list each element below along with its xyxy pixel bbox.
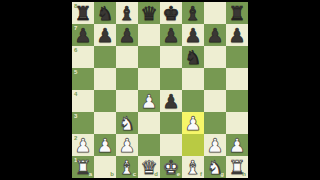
square-c1[interactable]: c♝ [116,156,138,178]
piece-black-pawn[interactable]: ♟ [160,90,182,112]
square-d7[interactable] [138,24,160,46]
square-g6[interactable] [204,46,226,68]
piece-black-rook[interactable]: ♜ [72,2,94,24]
rank-label-4: 4 [74,91,77,97]
piece-black-rook[interactable]: ♜ [226,2,248,24]
square-d6[interactable] [138,46,160,68]
piece-black-pawn[interactable]: ♟ [72,24,94,46]
square-d5[interactable] [138,68,160,90]
square-a6[interactable]: 6 [72,46,94,68]
square-f4[interactable] [182,90,204,112]
square-d1[interactable]: d♛ [138,156,160,178]
square-a3[interactable]: 3 [72,112,94,134]
square-e7[interactable]: ♟ [160,24,182,46]
square-g2[interactable]: ♟ [204,134,226,156]
square-e4[interactable]: ♟ [160,90,182,112]
square-e1[interactable]: e♚ [160,156,182,178]
square-d3[interactable] [138,112,160,134]
square-h1[interactable]: h♜ [226,156,248,178]
square-a4[interactable]: 4 [72,90,94,112]
piece-white-pawn[interactable]: ♟ [226,134,248,156]
square-c7[interactable]: ♟ [116,24,138,46]
square-c5[interactable] [116,68,138,90]
piece-black-knight[interactable]: ♞ [94,2,116,24]
piece-white-knight[interactable]: ♞ [116,112,138,134]
square-g4[interactable] [204,90,226,112]
piece-white-rook[interactable]: ♜ [72,156,94,178]
square-f8[interactable]: ♝ [182,2,204,24]
piece-white-bishop[interactable]: ♝ [182,156,204,178]
square-g8[interactable] [204,2,226,24]
piece-white-pawn[interactable]: ♟ [116,134,138,156]
square-c4[interactable] [116,90,138,112]
piece-black-pawn[interactable]: ♟ [204,24,226,46]
square-b5[interactable] [94,68,116,90]
square-b7[interactable]: ♟ [94,24,116,46]
square-h5[interactable] [226,68,248,90]
square-e6[interactable] [160,46,182,68]
square-h2[interactable]: ♟ [226,134,248,156]
square-a7[interactable]: 7♟ [72,24,94,46]
square-d2[interactable] [138,134,160,156]
square-c6[interactable] [116,46,138,68]
piece-white-pawn[interactable]: ♟ [182,112,204,134]
piece-black-pawn[interactable]: ♟ [116,24,138,46]
square-g5[interactable] [204,68,226,90]
square-f1[interactable]: f♝ [182,156,204,178]
square-g1[interactable]: g♞ [204,156,226,178]
piece-black-bishop[interactable]: ♝ [182,2,204,24]
square-d8[interactable]: ♛ [138,2,160,24]
rank-label-3: 3 [74,113,77,119]
piece-white-king[interactable]: ♚ [160,156,182,178]
square-h7[interactable]: ♟ [226,24,248,46]
piece-white-queen[interactable]: ♛ [138,156,160,178]
piece-black-bishop[interactable]: ♝ [116,2,138,24]
square-h3[interactable] [226,112,248,134]
square-h8[interactable]: ♜ [226,2,248,24]
chess-board: 8♜♞♝♛♚♝♜7♟♟♟♟♟♟♟6♞54♟♟3♞♟2♟♟♟♟♟1a♜bc♝d♛e… [72,2,248,178]
piece-black-pawn[interactable]: ♟ [160,24,182,46]
square-f5[interactable] [182,68,204,90]
square-f3[interactable]: ♟ [182,112,204,134]
piece-white-bishop[interactable]: ♝ [116,156,138,178]
square-b2[interactable]: ♟ [94,134,116,156]
square-c2[interactable]: ♟ [116,134,138,156]
square-e8[interactable]: ♚ [160,2,182,24]
piece-black-king[interactable]: ♚ [160,2,182,24]
piece-black-pawn[interactable]: ♟ [94,24,116,46]
square-c8[interactable]: ♝ [116,2,138,24]
rank-label-6: 6 [74,47,77,53]
square-a8[interactable]: 8♜ [72,2,94,24]
file-label-b: b [110,171,114,177]
square-g3[interactable] [204,112,226,134]
square-a1[interactable]: 1a♜ [72,156,94,178]
square-b1[interactable]: b [94,156,116,178]
square-g7[interactable]: ♟ [204,24,226,46]
square-h6[interactable] [226,46,248,68]
square-c3[interactable]: ♞ [116,112,138,134]
letterbox-background: 8♜♞♝♛♚♝♜7♟♟♟♟♟♟♟6♞54♟♟3♞♟2♟♟♟♟♟1a♜bc♝d♛e… [0,0,320,180]
piece-black-knight[interactable]: ♞ [182,46,204,68]
square-d4[interactable]: ♟ [138,90,160,112]
square-a2[interactable]: 2♟ [72,134,94,156]
square-b8[interactable]: ♞ [94,2,116,24]
rank-label-5: 5 [74,69,77,75]
square-b6[interactable] [94,46,116,68]
piece-black-queen[interactable]: ♛ [138,2,160,24]
piece-white-pawn[interactable]: ♟ [204,134,226,156]
piece-white-pawn[interactable]: ♟ [94,134,116,156]
square-a5[interactable]: 5 [72,68,94,90]
square-f6[interactable]: ♞ [182,46,204,68]
piece-black-pawn[interactable]: ♟ [182,24,204,46]
piece-white-pawn[interactable]: ♟ [72,134,94,156]
piece-white-rook[interactable]: ♜ [226,156,248,178]
square-h4[interactable] [226,90,248,112]
piece-black-pawn[interactable]: ♟ [226,24,248,46]
square-b4[interactable] [94,90,116,112]
square-e3[interactable] [160,112,182,134]
square-e5[interactable] [160,68,182,90]
square-e2[interactable] [160,134,182,156]
square-f2[interactable] [182,134,204,156]
square-f7[interactable]: ♟ [182,24,204,46]
square-b3[interactable] [94,112,116,134]
piece-white-knight[interactable]: ♞ [204,156,226,178]
piece-white-pawn[interactable]: ♟ [138,90,160,112]
